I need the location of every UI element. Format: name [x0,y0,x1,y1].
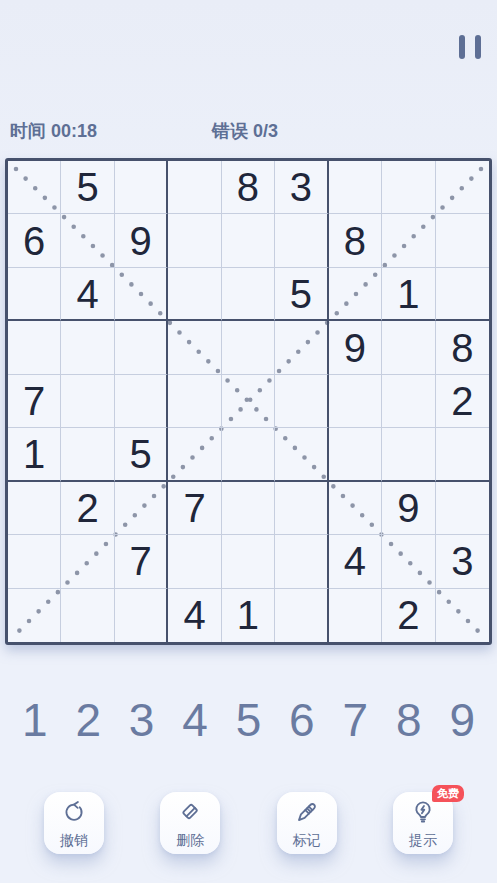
cell-r8c1[interactable] [8,535,61,588]
pencil-icon [294,799,320,825]
cell-r4c6[interactable] [275,321,328,374]
cell-r7c3[interactable] [115,482,168,535]
cell-r4c2[interactable] [61,321,114,374]
time-value: 00:18 [51,121,97,141]
cell-r2c7[interactable]: 8 [329,214,382,267]
delete-label: 删除 [176,833,204,847]
cell-r9c1[interactable] [8,589,61,642]
cell-r2c2[interactable] [61,214,114,267]
toolbar: 撤销 删除 标记 免费 [0,792,497,854]
cell-r4c3[interactable] [115,321,168,374]
sudoku-board: 583698451987215279743412 [5,158,492,645]
cell-r1c7[interactable] [329,161,382,214]
cell-r5c4[interactable] [168,375,221,428]
cell-r2c6[interactable] [275,214,328,267]
cell-r8c3[interactable]: 7 [115,535,168,588]
cell-r9c6[interactable] [275,589,328,642]
cell-r4c5[interactable] [222,321,275,374]
cell-r2c1[interactable]: 6 [8,214,61,267]
cell-r2c4[interactable] [168,214,221,267]
errors-value: 0/3 [253,121,278,141]
delete-button[interactable]: 删除 [160,792,220,854]
cell-r9c9[interactable] [436,589,489,642]
cell-r4c4[interactable] [168,321,221,374]
cell-r7c7[interactable] [329,482,382,535]
cell-r8c9[interactable]: 3 [436,535,489,588]
numpad-key-9[interactable]: 9 [449,697,475,743]
cell-r4c8[interactable] [382,321,435,374]
mark-label: 标记 [293,833,321,847]
numpad-key-4[interactable]: 4 [182,697,208,743]
cell-r3c2[interactable]: 4 [61,268,114,321]
cell-r2c8[interactable] [382,214,435,267]
cell-r1c8[interactable] [382,161,435,214]
cell-r3c9[interactable] [436,268,489,321]
cell-r8c7[interactable]: 4 [329,535,382,588]
cell-r1c4[interactable] [168,161,221,214]
cell-r6c2[interactable] [61,428,114,481]
numpad-key-6[interactable]: 6 [289,697,315,743]
cell-r6c6[interactable] [275,428,328,481]
cell-r5c6[interactable] [275,375,328,428]
cell-r5c9[interactable]: 2 [436,375,489,428]
cell-r3c1[interactable] [8,268,61,321]
cell-r7c1[interactable] [8,482,61,535]
cell-r9c7[interactable] [329,589,382,642]
numpad-key-1[interactable]: 1 [22,697,48,743]
cell-r6c4[interactable] [168,428,221,481]
hint-bulb-icon [410,799,436,825]
cell-r7c5[interactable] [222,482,275,535]
cell-r1c6[interactable]: 3 [275,161,328,214]
numpad-key-5[interactable]: 5 [236,697,262,743]
undo-label: 撤销 [60,833,88,847]
cell-r7c4[interactable]: 7 [168,482,221,535]
numpad-key-2[interactable]: 2 [75,697,101,743]
cell-r7c2[interactable]: 2 [61,482,114,535]
cell-r3c3[interactable] [115,268,168,321]
cell-r2c3[interactable]: 9 [115,214,168,267]
cell-r9c5[interactable]: 1 [222,589,275,642]
cell-r3c6[interactable]: 5 [275,268,328,321]
cell-r8c4[interactable] [168,535,221,588]
cell-r5c1[interactable]: 7 [8,375,61,428]
pause-icon [475,35,481,59]
cell-r7c8[interactable]: 9 [382,482,435,535]
cell-r5c5[interactable] [222,375,275,428]
cell-r6c1[interactable]: 1 [8,428,61,481]
cell-r4c9[interactable]: 8 [436,321,489,374]
cell-r7c6[interactable] [275,482,328,535]
numpad-key-7[interactable]: 7 [343,697,369,743]
time-stat: 时间00:18 [10,119,97,143]
cell-r6c7[interactable] [329,428,382,481]
cell-r3c4[interactable] [168,268,221,321]
time-label: 时间 [10,121,46,141]
hint-button[interactable]: 免费 提示 [393,792,453,854]
cell-r9c3[interactable] [115,589,168,642]
cell-r1c1[interactable] [8,161,61,214]
cell-r9c2[interactable] [61,589,114,642]
hint-label: 提示 [409,833,437,847]
cell-r3c7[interactable] [329,268,382,321]
mark-button[interactable]: 标记 [277,792,337,854]
pause-icon [459,35,465,59]
numpad-key-3[interactable]: 3 [129,697,155,743]
cell-r1c3[interactable] [115,161,168,214]
cell-r9c4[interactable]: 4 [168,589,221,642]
cell-r3c5[interactable] [222,268,275,321]
cell-r5c7[interactable] [329,375,382,428]
status-row: 时间00:18 错误0/3 [0,119,497,143]
cell-r8c8[interactable] [382,535,435,588]
cell-r2c9[interactable] [436,214,489,267]
cell-r6c9[interactable] [436,428,489,481]
cell-r6c8[interactable] [382,428,435,481]
undo-button[interactable]: 撤销 [44,792,104,854]
undo-icon [61,799,87,825]
cell-r5c8[interactable] [382,375,435,428]
cell-r6c5[interactable] [222,428,275,481]
eraser-icon [177,799,203,825]
errors-stat: 错误0/3 [212,119,278,143]
cell-r5c2[interactable] [61,375,114,428]
cell-r6c3[interactable]: 5 [115,428,168,481]
numpad-key-8[interactable]: 8 [396,697,422,743]
cell-r1c2[interactable]: 5 [61,161,114,214]
errors-label: 错误 [212,121,248,141]
cell-r1c5[interactable]: 8 [222,161,275,214]
cell-r8c2[interactable] [61,535,114,588]
cell-r8c6[interactable] [275,535,328,588]
cell-r1c9[interactable] [436,161,489,214]
sudoku-grid: 583698451987215279743412 [8,161,489,642]
free-badge: 免费 [432,785,464,802]
pause-button[interactable] [459,35,481,59]
cell-r4c7[interactable]: 9 [329,321,382,374]
cell-r5c3[interactable] [115,375,168,428]
cell-r7c9[interactable] [436,482,489,535]
cell-r8c5[interactable] [222,535,275,588]
cell-r9c8[interactable]: 2 [382,589,435,642]
cell-r4c1[interactable] [8,321,61,374]
cell-r2c5[interactable] [222,214,275,267]
cell-r3c8[interactable]: 1 [382,268,435,321]
number-pad: 1 2 3 4 5 6 7 8 9 [0,697,497,743]
